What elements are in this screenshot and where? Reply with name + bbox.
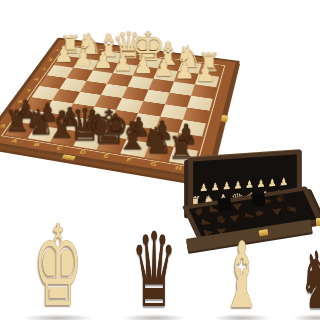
light-pawn-piece: ♟: [174, 59, 195, 82]
box-hinge: [316, 218, 320, 226]
light-pawn-piece: ♟: [195, 62, 216, 85]
light-pawn-piece: ♟: [113, 51, 133, 74]
light-pawn-piece: ♟: [54, 44, 74, 66]
product-photo: ♜♞♝♛♚♝♞♜♟♟♟♟♟♟♟♟♟♟♟♟♟♟♟♟♜♞♝♛♚♝♞♜ ABCDEFG…: [0, 0, 320, 320]
light-pawn-piece: ♟: [153, 57, 174, 80]
light-pawn-piece: ♟: [93, 49, 113, 72]
rank-label-4: 4: [33, 77, 40, 81]
light-pawn-piece: ♟: [133, 54, 153, 77]
lineup-dark-knight: ♞: [300, 245, 320, 318]
square-d5: [101, 84, 128, 98]
lineup-dark-queen: ♛: [131, 223, 177, 318]
file-label-b: B: [32, 142, 42, 149]
file-label-g: G: [148, 161, 157, 169]
rank-label-3: 3: [40, 67, 47, 71]
rank-label-5: 5: [25, 88, 32, 93]
square-h7: ♟: [195, 74, 219, 88]
file-label-e: E: [101, 153, 109, 161]
file-label-d: D: [77, 149, 87, 157]
tray-dark-knight: ♞: [252, 208, 267, 218]
hinge-strap: [217, 197, 232, 212]
file-label-c: C: [54, 146, 63, 153]
square-g6: [170, 82, 195, 96]
file-label-f: F: [125, 157, 133, 165]
lineup-light-bishop: ♝: [221, 234, 262, 318]
piece-lineup: ♚♛♝♞♜♟: [8, 206, 250, 318]
hinge-strap: [251, 192, 266, 207]
tray-dark-rook: ♜: [285, 202, 297, 214]
board-clasp: [61, 154, 75, 160]
board-hinge: [221, 115, 229, 122]
lineup-light-king: ♚: [33, 215, 83, 318]
light-pawn-piece: ♟: [73, 46, 93, 68]
square-d6: [107, 73, 133, 86]
file-label-a: A: [9, 138, 19, 145]
